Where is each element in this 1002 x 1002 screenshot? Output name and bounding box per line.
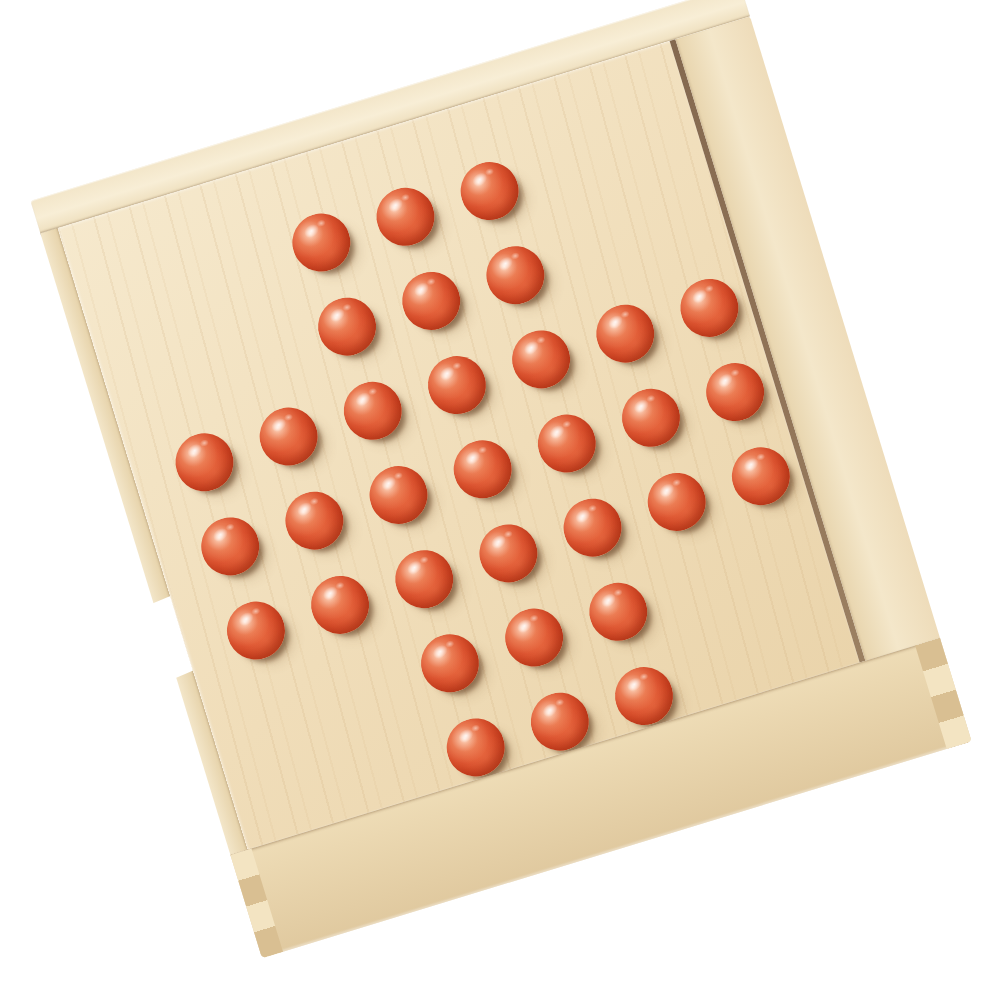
marble-r4c2[interactable] [278,485,350,557]
hole-r5c6[interactable] [649,476,710,535]
hole-r3c3[interactable] [345,385,406,444]
marble-r4c1[interactable] [194,510,266,582]
marble-r2c3[interactable] [311,290,383,362]
hole-r6c4[interactable] [507,612,568,671]
hole-r4c7[interactable] [708,366,769,425]
hole-r6c3[interactable] [422,637,483,696]
hole-r4c2[interactable] [287,495,348,554]
hole-r2c5[interactable] [488,249,549,308]
marble-r5c2[interactable] [304,569,376,641]
hole-r4c5[interactable] [539,417,600,476]
marble-r6c4[interactable] [498,601,570,673]
finger-joint-right [915,638,971,749]
hole-r5c1[interactable] [228,605,289,664]
hole-r4c4[interactable] [455,443,516,502]
hole-r3c7[interactable] [682,282,743,341]
hole-r3c2[interactable] [261,411,322,470]
marble-r2c5[interactable] [479,239,551,311]
marble-r4c6[interactable] [615,382,687,454]
photo-scene [0,0,1002,1002]
marble-r3c7[interactable] [673,272,745,344]
marble-r4c4[interactable] [446,433,518,505]
hole-r5c3[interactable] [397,553,458,612]
hole-r5c4[interactable] [481,527,542,586]
marble-r4c3[interactable] [362,459,434,531]
hole-r5c7[interactable] [733,450,794,509]
marble-r5c5[interactable] [556,491,628,563]
hole-r6c5[interactable] [591,586,652,645]
hole-r2c4[interactable] [404,275,465,334]
hole-r1c4[interactable] [378,191,439,250]
solitaire-box [30,0,971,958]
marble-r6c5[interactable] [582,576,654,648]
marble-r5c1[interactable] [220,594,292,666]
marble-r5c3[interactable] [388,543,460,615]
finger-joint-left [230,848,283,958]
hole-r4c3[interactable] [371,469,432,528]
hole-r3c4[interactable] [429,359,490,418]
hole-r3c1[interactable] [177,436,238,495]
hole-r2c3[interactable] [320,301,381,360]
hole-r1c5[interactable] [462,165,523,224]
hole-r1c3[interactable] [294,216,355,275]
marble-r4c5[interactable] [531,407,603,479]
marble-r3c5[interactable] [505,323,577,395]
marble-r6c3[interactable] [414,627,486,699]
marble-r3c3[interactable] [337,375,409,447]
marble-r2c4[interactable] [395,265,467,337]
marble-r3c4[interactable] [421,349,493,421]
marble-r1c4[interactable] [369,181,441,253]
hole-r4c6[interactable] [623,392,684,451]
hole-r4c1[interactable] [203,520,264,579]
marble-r5c7[interactable] [725,440,797,512]
hole-r3c5[interactable] [514,333,575,392]
marble-r3c1[interactable] [168,426,240,498]
marble-r5c4[interactable] [472,517,544,589]
hole-r5c2[interactable] [313,579,374,638]
marble-r1c3[interactable] [285,206,357,278]
marble-r1c5[interactable] [453,155,525,227]
hole-r3c6[interactable] [598,308,659,367]
marble-r3c2[interactable] [252,400,324,472]
hole-r5c5[interactable] [565,502,626,561]
marble-r4c7[interactable] [699,356,771,428]
marble-r3c6[interactable] [589,297,661,369]
marble-r5c6[interactable] [641,466,713,538]
